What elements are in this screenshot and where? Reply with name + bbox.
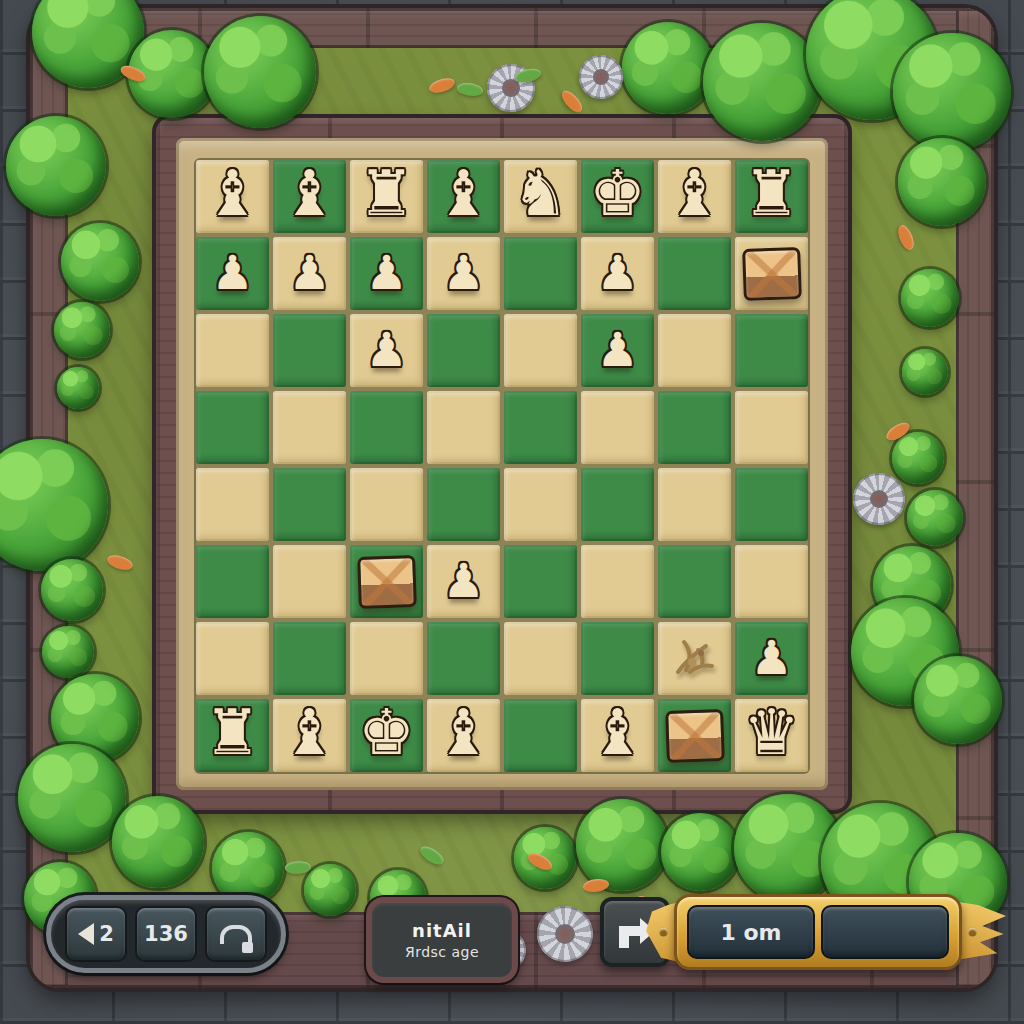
square-a6[interactable]	[196, 314, 269, 387]
piece-cream-bishop[interactable]: ♝	[589, 701, 645, 764]
square-g5[interactable]	[658, 391, 731, 464]
square-h6[interactable]	[735, 314, 808, 387]
square-h4[interactable]	[735, 468, 808, 541]
square-a5[interactable]	[196, 391, 269, 464]
square-g3[interactable]	[658, 545, 731, 618]
square-e2[interactable]	[504, 622, 577, 695]
wood-frame-top	[30, 8, 994, 48]
square-g4[interactable]	[658, 468, 731, 541]
square-h1[interactable]: ♛	[735, 699, 808, 772]
square-h3[interactable]	[735, 545, 808, 618]
square-e8[interactable]: ♞	[504, 160, 577, 233]
square-h8[interactable]: ♜	[735, 160, 808, 233]
square-b4[interactable]	[273, 468, 346, 541]
square-d2[interactable]	[427, 622, 500, 695]
piece-cream-pawn[interactable]: ♟	[442, 557, 484, 604]
timer-bar: 1 om	[650, 894, 996, 970]
timer-left-label: 1 om	[720, 920, 781, 945]
square-f2[interactable]	[581, 622, 654, 695]
gold-stud-icon	[659, 928, 668, 937]
square-c8[interactable]: ♜	[350, 160, 423, 233]
square-d1[interactable]: ♝	[427, 699, 500, 772]
piece-cream-pawn[interactable]: ♟	[442, 249, 484, 296]
square-e4[interactable]	[504, 468, 577, 541]
square-f1[interactable]: ♝	[581, 699, 654, 772]
square-b2[interactable]	[273, 622, 346, 695]
square-f5[interactable]	[581, 391, 654, 464]
square-a3[interactable]	[196, 545, 269, 618]
square-f8[interactable]: ♚	[581, 160, 654, 233]
piece-cream-bishop[interactable]: ♝	[281, 162, 337, 225]
piece-cream-pawn[interactable]: ♟	[365, 326, 407, 373]
wood-frame-right	[956, 8, 994, 988]
square-a2[interactable]	[196, 622, 269, 695]
square-d6[interactable]	[427, 314, 500, 387]
piece-cream-bishop[interactable]: ♝	[435, 162, 491, 225]
piece-cream-bishop[interactable]: ♝	[281, 701, 337, 764]
piece-cream-pawn[interactable]: ♟	[211, 249, 253, 296]
move-counter[interactable]: 136	[135, 906, 197, 962]
piece-cream-pawn[interactable]: ♟	[596, 249, 638, 296]
piece-cream-bishop[interactable]: ♝	[666, 162, 722, 225]
square-h2[interactable]: ♟	[735, 622, 808, 695]
left-arrow-icon	[78, 923, 94, 945]
square-d8[interactable]: ♝	[427, 160, 500, 233]
move-nav-panel: 2 136	[46, 895, 286, 973]
square-f3[interactable]	[581, 545, 654, 618]
timer-bar-core: 1 om	[674, 894, 962, 970]
timer-left-button[interactable]: 1 om	[687, 905, 815, 959]
piece-cream-rook[interactable]: ♜	[358, 162, 414, 225]
square-g6[interactable]	[658, 314, 731, 387]
square-b3[interactable]	[273, 545, 346, 618]
piece-cream-pawn[interactable]: ♟	[365, 249, 407, 296]
square-e6[interactable]	[504, 314, 577, 387]
prev-move-button[interactable]: 2	[65, 906, 127, 962]
square-a4[interactable]	[196, 468, 269, 541]
game-screen: ♝♝♜♝♞♚♝♜♟♟♟♟♟♟♟♟♟♜♝♚♝♝♛ 2 136 nitAil Яrd…	[0, 0, 1024, 1024]
piece-cream-pawn[interactable]: ♟	[596, 326, 638, 373]
square-b8[interactable]: ♝	[273, 160, 346, 233]
square-b1[interactable]: ♝	[273, 699, 346, 772]
square-c3[interactable]	[350, 545, 423, 618]
square-a1[interactable]: ♜	[196, 699, 269, 772]
square-f7[interactable]: ♟	[581, 237, 654, 310]
info-panel-title: nitAil	[412, 920, 472, 941]
square-d4[interactable]	[427, 468, 500, 541]
square-c5[interactable]	[350, 391, 423, 464]
square-c2[interactable]	[350, 622, 423, 695]
square-d5[interactable]	[427, 391, 500, 464]
prev-move-count: 2	[99, 922, 114, 946]
square-b5[interactable]	[273, 391, 346, 464]
square-e7[interactable]	[504, 237, 577, 310]
gold-stud-icon	[968, 928, 977, 937]
wood-frame-left	[30, 8, 68, 988]
square-a8[interactable]: ♝	[196, 160, 269, 233]
square-g7[interactable]	[658, 237, 731, 310]
square-g2[interactable]	[658, 622, 731, 695]
headphones-icon	[220, 925, 252, 944]
piece-cream-pawn[interactable]: ♟	[750, 634, 792, 681]
square-e1[interactable]	[504, 699, 577, 772]
info-panel: nitAil Яrdsc age	[366, 897, 518, 983]
move-counter-value: 136	[144, 922, 188, 946]
square-c1[interactable]: ♚	[350, 699, 423, 772]
piece-cream-king[interactable]: ♚	[358, 701, 414, 764]
piece-cream-bishop[interactable]: ♝	[435, 701, 491, 764]
square-b6[interactable]	[273, 314, 346, 387]
square-c6[interactable]: ♟	[350, 314, 423, 387]
crate-item[interactable]	[665, 709, 725, 763]
timer-right-button[interactable]	[821, 905, 949, 959]
piece-cream-bishop[interactable]: ♝	[204, 162, 260, 225]
square-d7[interactable]: ♟	[427, 237, 500, 310]
piece-cream-queen[interactable]: ♛	[743, 701, 799, 764]
piece-cream-rook[interactable]: ♜	[204, 701, 260, 764]
square-c4[interactable]	[350, 468, 423, 541]
info-panel-subtitle: Яrdsc age	[405, 944, 479, 960]
square-d3[interactable]: ♟	[427, 545, 500, 618]
square-c7[interactable]: ♟	[350, 237, 423, 310]
twig-item	[668, 632, 722, 686]
piece-cream-rook[interactable]: ♜	[743, 162, 799, 225]
square-g8[interactable]: ♝	[658, 160, 731, 233]
piece-cream-king[interactable]: ♚	[589, 162, 645, 225]
square-f4[interactable]	[581, 468, 654, 541]
square-e3[interactable]	[504, 545, 577, 618]
square-h5[interactable]	[735, 391, 808, 464]
square-h7[interactable]	[735, 237, 808, 310]
audio-button[interactable]	[205, 906, 267, 962]
board-grid: ♝♝♜♝♞♚♝♜♟♟♟♟♟♟♟♟♟♜♝♚♝♝♛	[196, 160, 808, 772]
crate-item[interactable]	[357, 555, 417, 609]
piece-cream-knight[interactable]: ♞	[512, 162, 568, 225]
square-g1[interactable]	[658, 699, 731, 772]
piece-cream-pawn[interactable]: ♟	[288, 249, 330, 296]
square-a7[interactable]: ♟	[196, 237, 269, 310]
crate-item[interactable]	[742, 247, 802, 301]
square-b7[interactable]: ♟	[273, 237, 346, 310]
square-e5[interactable]	[504, 391, 577, 464]
square-f6[interactable]: ♟	[581, 314, 654, 387]
